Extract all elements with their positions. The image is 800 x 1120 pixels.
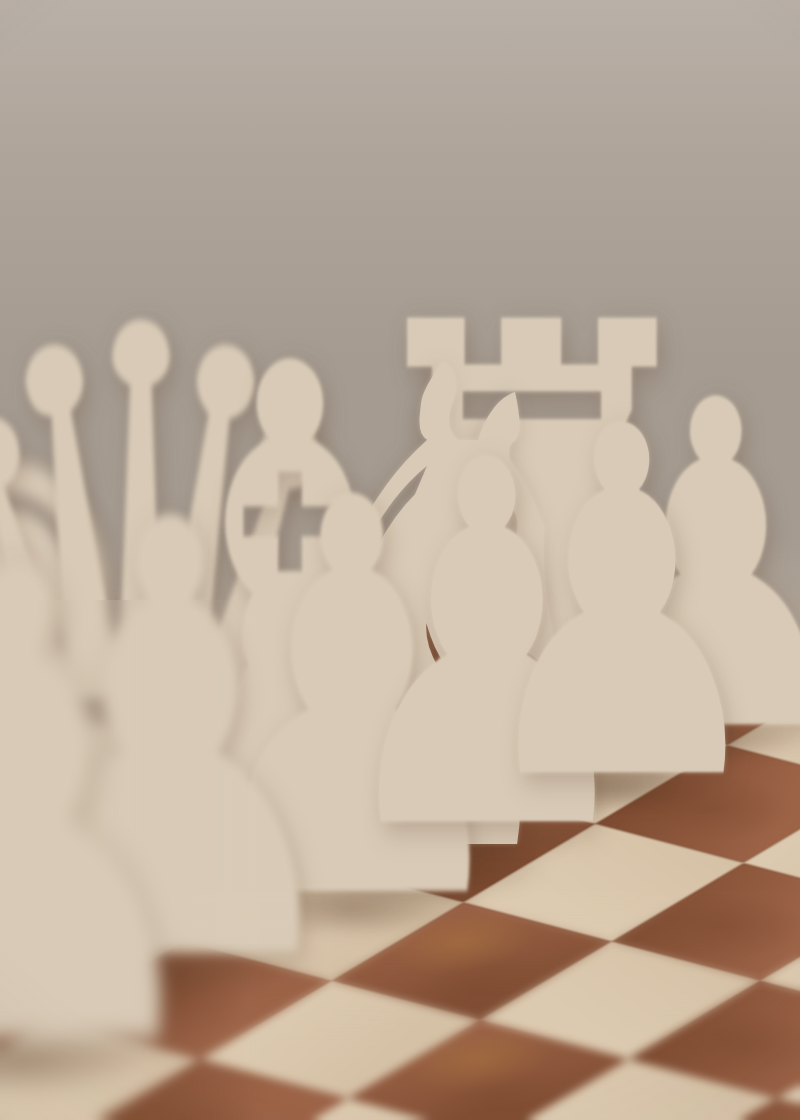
piece-white-pawn-e4[interactable]: ♟ <box>467 366 777 846</box>
pieces-layer: ♚♛♝♞♜♟♟♟♟♟♟ <box>0 0 800 1120</box>
piece-white-pawn-a4[interactable]: ♟ <box>0 481 231 1120</box>
chess-photo-scene: ♚♛♝♞♜♟♟♟♟♟♟ <box>0 0 800 1120</box>
